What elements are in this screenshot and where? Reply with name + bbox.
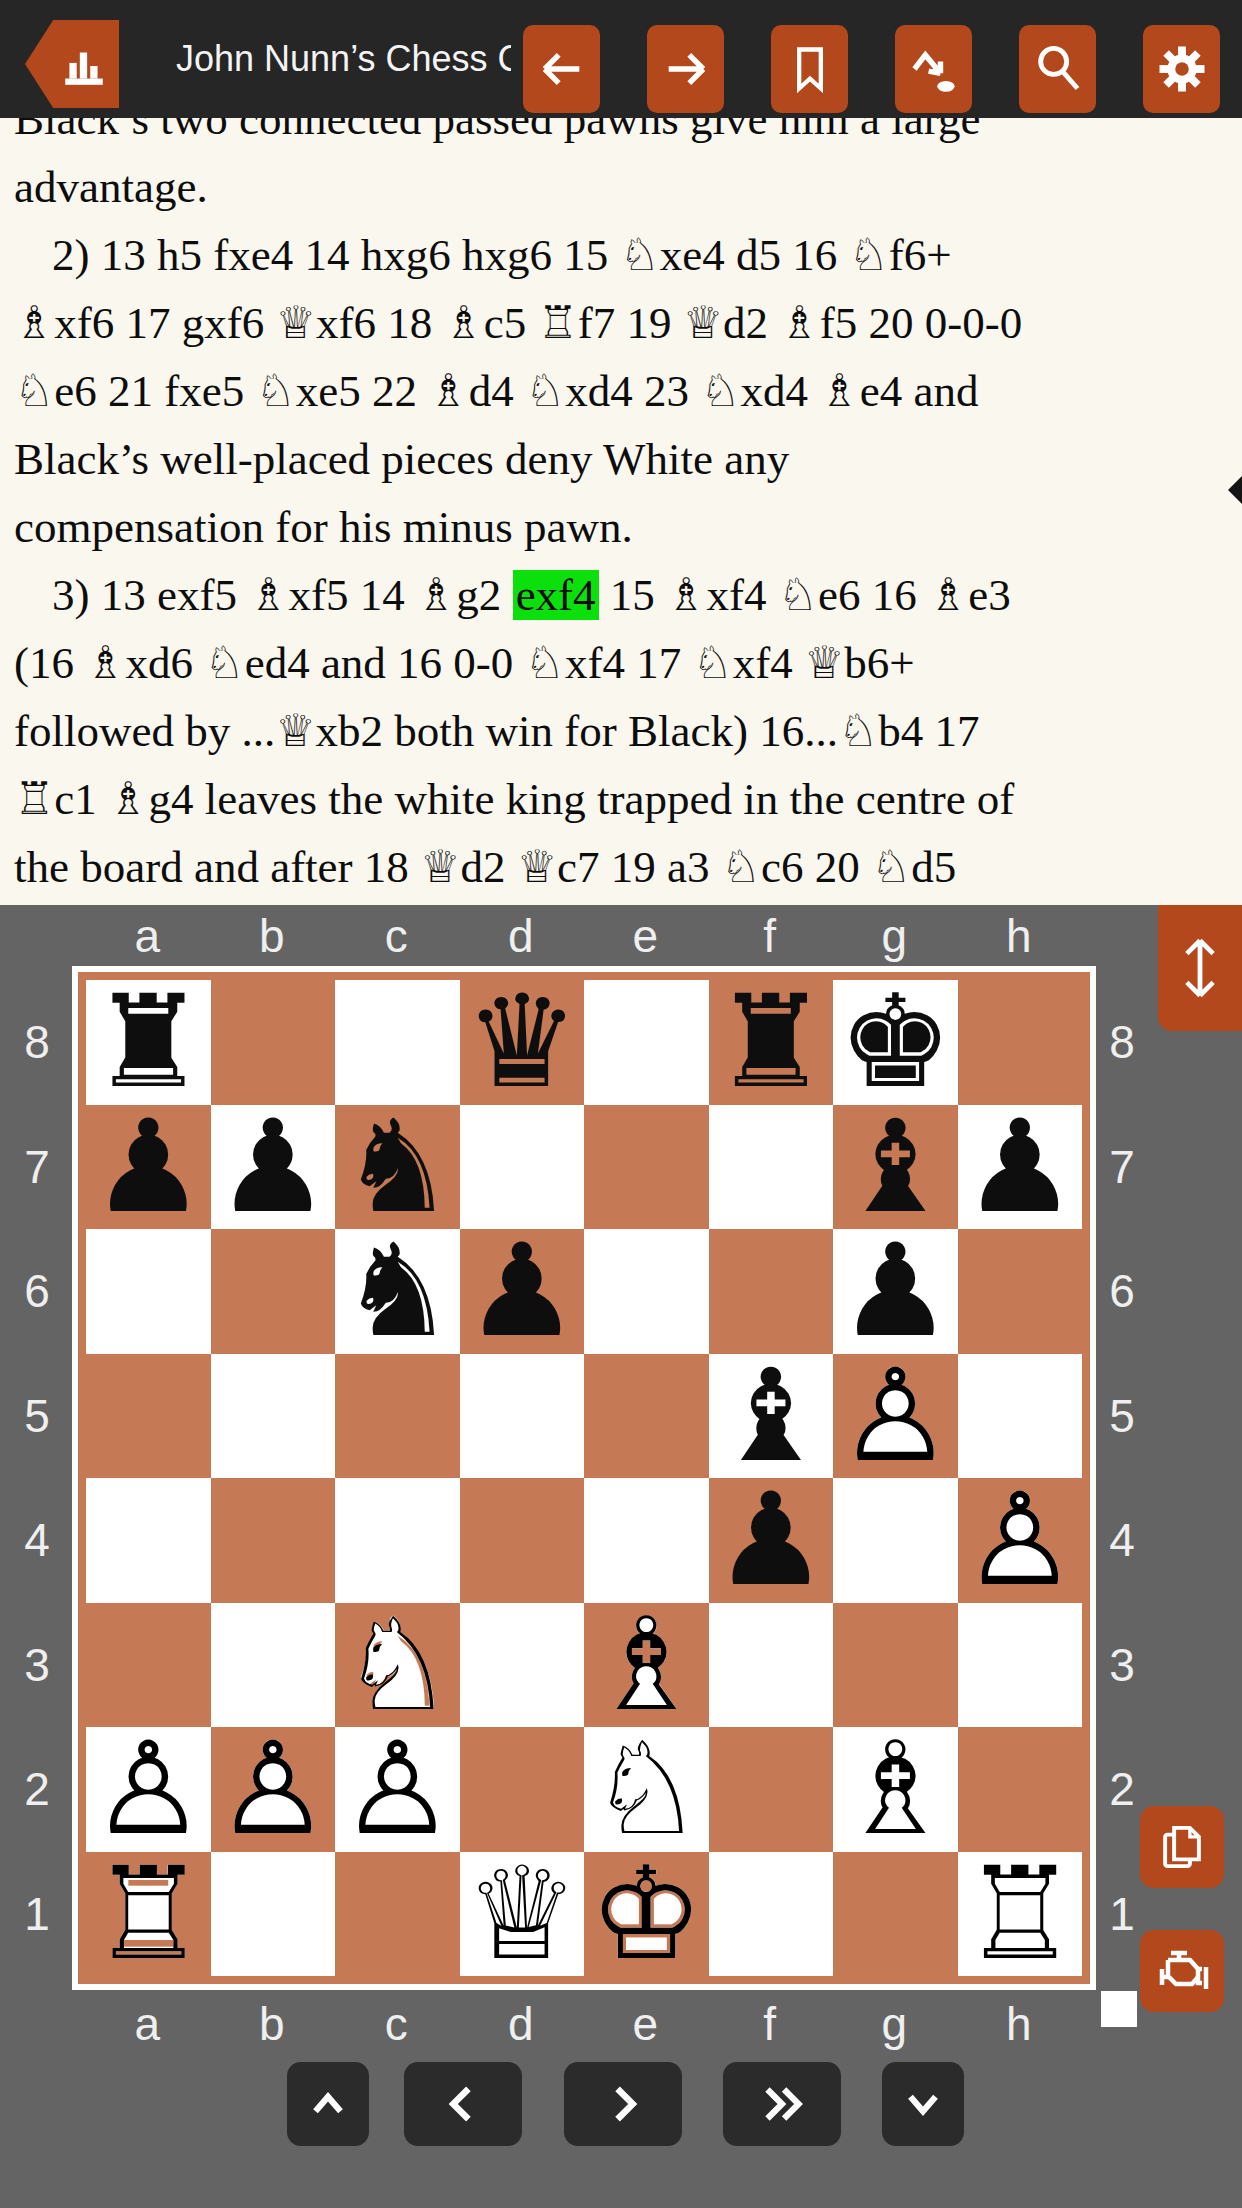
search-button[interactable] — [1019, 25, 1096, 113]
square-d1[interactable]: ♛♕ — [460, 1852, 585, 1977]
rank-label-6: 6 — [1087, 1229, 1157, 1354]
square-h3[interactable] — [958, 1603, 1083, 1728]
file-label-a: a — [85, 1995, 210, 2053]
engine-button[interactable] — [1140, 1930, 1224, 2012]
square-e1[interactable]: ♚♔ — [584, 1852, 709, 1977]
square-b7[interactable]: ♟ — [211, 1105, 336, 1230]
back-button[interactable] — [523, 25, 600, 113]
square-h6[interactable] — [958, 1229, 1083, 1354]
square-a5[interactable] — [86, 1354, 211, 1479]
file-label-f: f — [708, 1995, 833, 2053]
square-c6[interactable]: ♞ — [335, 1229, 460, 1354]
white-piece-R-h1: ♖ — [958, 1852, 1083, 1977]
square-g1[interactable] — [833, 1852, 958, 1977]
book-paragraphs: Black’s two connected passed pawns give … — [14, 85, 1236, 901]
bookmark-button[interactable] — [771, 25, 848, 113]
forward-button[interactable] — [647, 25, 724, 113]
square-b6[interactable] — [211, 1229, 336, 1354]
white-piece-B-g2: ♗ — [833, 1727, 958, 1852]
rank-label-3: 3 — [1087, 1603, 1157, 1728]
chevron-up-icon — [303, 2079, 353, 2129]
library-chart-icon — [59, 40, 109, 90]
rank-label-2: 2 — [2, 1727, 72, 1852]
move-text[interactable]: 15 ♗xf4 ♘e6 16 ♗e3 — [599, 570, 1011, 620]
white-piece-N-c3: ♘ — [335, 1603, 460, 1728]
white-piece-P-a2: ♙ — [86, 1727, 211, 1852]
file-label-e: e — [583, 907, 708, 965]
black-piece-r-a8: ♜ — [86, 980, 211, 1105]
white-piece-P-g5: ♙ — [833, 1354, 958, 1479]
white-piece-R-a1: ♖ — [86, 1852, 211, 1977]
file-label-b: b — [210, 1995, 335, 2053]
square-a8[interactable]: ♜ — [86, 980, 211, 1105]
square-d8[interactable]: ♛ — [460, 980, 585, 1105]
file-label-g: g — [832, 1995, 957, 2053]
square-g6[interactable]: ♟ — [833, 1229, 958, 1354]
text-line-variation[interactable]: ♘e6 21 fxe5 ♘xe5 22 ♗d4 ♘xd4 23 ♘xd4 ♗e4… — [14, 357, 1236, 425]
square-d2[interactable] — [460, 1727, 585, 1852]
board-border: ♜♛♜♚♟♟♞♝♟♞♟♟♝♟♙♟♟♙♞♘♝♗♟♙♟♙♟♙♞♘♝♗♜♖♛♕♚♔♜♖ — [78, 972, 1090, 1984]
square-a6[interactable] — [86, 1229, 211, 1354]
white-piece-P-b2: ♙ — [211, 1727, 336, 1852]
file-label-c: c — [334, 907, 459, 965]
text-line: Black’s well-placed pieces deny White an… — [14, 425, 1236, 493]
text-line-variation[interactable]: 2) 13 h5 fxe4 14 hxg6 hxg6 15 ♘xe4 d5 16… — [14, 221, 1236, 289]
square-f6[interactable] — [709, 1229, 834, 1354]
square-h5[interactable] — [958, 1354, 1083, 1479]
black-piece-b-g7: ♝ — [833, 1105, 958, 1230]
square-a3[interactable] — [86, 1603, 211, 1728]
square-f7[interactable] — [709, 1105, 834, 1230]
square-f8[interactable]: ♜ — [709, 980, 834, 1105]
side-to-move-indicator — [1101, 1991, 1137, 2027]
square-f1[interactable] — [709, 1852, 834, 1977]
square-a7[interactable]: ♟ — [86, 1105, 211, 1230]
square-g5[interactable]: ♟♙ — [833, 1354, 958, 1479]
black-piece-p-g6: ♟ — [833, 1229, 958, 1354]
page-edge-handle[interactable] — [1228, 474, 1242, 506]
back-arrow-icon — [536, 43, 588, 95]
file-label-c: c — [334, 1995, 459, 2053]
black-piece-p-f4: ♟ — [709, 1478, 834, 1603]
rank-label-4: 4 — [2, 1478, 72, 1603]
current-move-highlight[interactable]: exf4 — [513, 570, 599, 620]
square-b8[interactable] — [211, 980, 336, 1105]
black-piece-k-g8: ♚ — [833, 980, 958, 1105]
square-b5[interactable] — [211, 1354, 336, 1479]
square-f4[interactable]: ♟ — [709, 1478, 834, 1603]
top-toolbar: John Nunn’s Chess C — [0, 0, 1242, 118]
nav-back-button[interactable] — [404, 2062, 522, 2146]
square-d7[interactable] — [460, 1105, 585, 1230]
rank-label-7: 7 — [1087, 1105, 1157, 1230]
square-f5[interactable]: ♝ — [709, 1354, 834, 1479]
file-label-f: f — [708, 907, 833, 965]
square-e2[interactable]: ♞♘ — [584, 1727, 709, 1852]
square-c1[interactable] — [335, 1852, 460, 1977]
black-piece-p-d6: ♟ — [460, 1229, 585, 1354]
rank-label-6: 6 — [2, 1229, 72, 1354]
black-piece-q-d8: ♛ — [460, 980, 585, 1105]
nav-forward-button[interactable] — [564, 2062, 682, 2146]
black-piece-n-c6: ♞ — [335, 1229, 460, 1354]
book-title: John Nunn’s Chess C — [176, 0, 511, 118]
file-label-h: h — [957, 1995, 1082, 2053]
text-line-variation[interactable]: followed by ...♕xb2 both win for Black) … — [14, 697, 1236, 765]
black-piece-b-f5: ♝ — [709, 1354, 834, 1479]
square-h4[interactable]: ♟♙ — [958, 1478, 1083, 1603]
square-h7[interactable]: ♟ — [958, 1105, 1083, 1230]
black-piece-p-a7: ♟ — [86, 1105, 211, 1230]
square-c8[interactable] — [335, 980, 460, 1105]
black-piece-p-h7: ♟ — [958, 1105, 1083, 1230]
text-line-variation[interactable]: ♖c1 ♗g4 leaves the white king trapped in… — [14, 765, 1236, 833]
square-e4[interactable] — [584, 1478, 709, 1603]
white-piece-B-e3: ♗ — [584, 1603, 709, 1728]
square-d6[interactable]: ♟ — [460, 1229, 585, 1354]
rank-label-5: 5 — [1087, 1354, 1157, 1479]
square-e7[interactable] — [584, 1105, 709, 1230]
square-e8[interactable] — [584, 980, 709, 1105]
square-a4[interactable] — [86, 1478, 211, 1603]
square-h2[interactable] — [958, 1727, 1083, 1852]
square-g2[interactable]: ♝♗ — [833, 1727, 958, 1852]
engine-icon — [1154, 1943, 1210, 1999]
forward-arrow-icon — [660, 43, 712, 95]
double-chevron-right-icon — [753, 2078, 811, 2130]
white-piece-Q-d1: ♕ — [460, 1852, 585, 1977]
file-label-d: d — [459, 1995, 584, 2053]
board-grid: ♜♛♜♚♟♟♞♝♟♞♟♟♝♟♙♟♟♙♞♘♝♗♟♙♟♙♟♙♞♘♝♗♜♖♛♕♚♔♜♖ — [86, 980, 1082, 1976]
nav-up-button[interactable] — [287, 2062, 369, 2146]
chess-board: ♜♛♜♚♟♟♞♝♟♞♟♟♝♟♙♟♟♙♞♘♝♗♟♙♟♙♟♙♞♘♝♗♜♖♛♕♚♔♜♖ — [72, 966, 1096, 1990]
rank-labels-left: 87654321 — [2, 980, 72, 1976]
square-g3[interactable] — [833, 1603, 958, 1728]
text-line-variation[interactable]: 3) 13 exf5 ♗xf5 14 ♗g2 exf4 15 ♗xf4 ♘e6 … — [14, 561, 1236, 629]
square-c5[interactable] — [335, 1354, 460, 1479]
square-e6[interactable] — [584, 1229, 709, 1354]
square-f3[interactable] — [709, 1603, 834, 1728]
square-c7[interactable]: ♞ — [335, 1105, 460, 1230]
square-h1[interactable]: ♜♖ — [958, 1852, 1083, 1977]
chevron-left-icon — [437, 2078, 489, 2130]
copy-position-button[interactable] — [1140, 1806, 1224, 1888]
square-b2[interactable]: ♟♙ — [211, 1727, 336, 1852]
text-line: compensation for his minus pawn. — [14, 493, 1236, 561]
text-line-variation[interactable]: (16 ♗xd6 ♘ed4 and 16 0-0 ♘xf4 17 ♘xf4 ♕b… — [14, 629, 1236, 697]
file-label-a: a — [85, 907, 210, 965]
white-piece-P-h4: ♙ — [958, 1478, 1083, 1603]
square-d4[interactable] — [460, 1478, 585, 1603]
square-d5[interactable] — [460, 1354, 585, 1479]
square-b1[interactable] — [211, 1852, 336, 1977]
black-piece-p-b7: ♟ — [211, 1105, 336, 1230]
white-piece-K-e1: ♔ — [584, 1852, 709, 1977]
white-piece-N-e2: ♘ — [584, 1727, 709, 1852]
settings-button[interactable] — [1143, 25, 1220, 113]
search-icon — [1032, 43, 1084, 95]
copy-icon — [1155, 1820, 1209, 1874]
rank-label-4: 4 — [1087, 1478, 1157, 1603]
file-label-g: g — [832, 907, 957, 965]
file-labels-top: abcdefgh — [85, 907, 1081, 965]
settings-gear-icon — [1155, 42, 1209, 96]
rank-label-5: 5 — [2, 1354, 72, 1479]
file-labels-bottom: abcdefgh — [85, 1995, 1081, 2053]
square-a1[interactable]: ♜♖ — [86, 1852, 211, 1977]
square-g4[interactable] — [833, 1478, 958, 1603]
square-f2[interactable] — [709, 1727, 834, 1852]
rank-label-1: 1 — [2, 1852, 72, 1977]
moves-button[interactable] — [895, 25, 972, 113]
square-e3[interactable]: ♝♗ — [584, 1603, 709, 1728]
rank-label-7: 7 — [2, 1105, 72, 1230]
file-label-d: d — [459, 907, 584, 965]
board-resize-button[interactable] — [1158, 905, 1242, 1031]
chevron-right-icon — [597, 2078, 649, 2130]
square-b3[interactable] — [211, 1603, 336, 1728]
rank-label-8: 8 — [1087, 980, 1157, 1105]
white-piece-P-c2: ♙ — [335, 1727, 460, 1852]
move-text[interactable]: 3) 13 exf5 ♗xf5 14 ♗g2 — [52, 570, 513, 620]
moves-jump-icon — [908, 43, 960, 95]
nav-skip-forward-button[interactable] — [723, 2062, 841, 2146]
back-to-library-button[interactable] — [25, 20, 119, 108]
rank-label-3: 3 — [2, 1603, 72, 1728]
square-c3[interactable]: ♞♘ — [335, 1603, 460, 1728]
resize-vertical-icon — [1171, 931, 1229, 1005]
text-line: advantage. — [14, 153, 1236, 221]
square-e5[interactable] — [584, 1354, 709, 1479]
square-a2[interactable]: ♟♙ — [86, 1727, 211, 1852]
square-g8[interactable]: ♚ — [833, 980, 958, 1105]
text-line-variation[interactable]: the board and after 18 ♕d2 ♕c7 19 a3 ♘c6… — [14, 833, 1236, 901]
nav-down-button[interactable] — [882, 2062, 964, 2146]
square-h8[interactable] — [958, 980, 1083, 1105]
chevron-down-icon — [898, 2079, 948, 2129]
square-b4[interactable] — [211, 1478, 336, 1603]
square-c4[interactable] — [335, 1478, 460, 1603]
square-g7[interactable]: ♝ — [833, 1105, 958, 1230]
black-piece-r-f8: ♜ — [709, 980, 834, 1105]
file-label-e: e — [583, 1995, 708, 2053]
file-label-h: h — [957, 907, 1082, 965]
file-label-b: b — [210, 907, 335, 965]
bookmark-icon — [784, 43, 836, 95]
rank-label-8: 8 — [2, 980, 72, 1105]
square-d3[interactable] — [460, 1603, 585, 1728]
square-c2[interactable]: ♟♙ — [335, 1727, 460, 1852]
book-text-page: Black’s two connected passed pawns give … — [0, 0, 1242, 905]
black-piece-n-c7: ♞ — [335, 1105, 460, 1230]
text-line-variation[interactable]: ♗xf6 17 gxf6 ♕xf6 18 ♗c5 ♖f7 19 ♕d2 ♗f5 … — [14, 289, 1236, 357]
